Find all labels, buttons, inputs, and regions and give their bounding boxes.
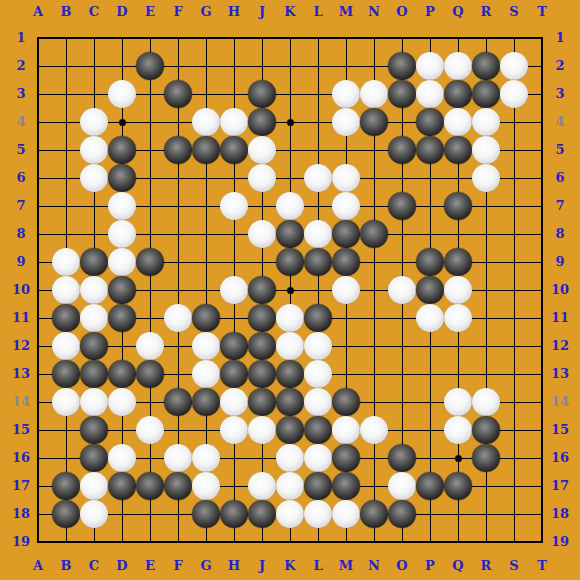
stone-white-R4[interactable] [472, 108, 500, 136]
stone-black-F3[interactable] [164, 80, 192, 108]
stone-white-J17[interactable] [248, 472, 276, 500]
col-label-top-N: N [364, 4, 384, 20]
stone-black-K14[interactable] [276, 388, 304, 416]
col-label-top-G: G [196, 4, 216, 20]
stone-black-K15[interactable] [276, 416, 304, 444]
row-label-right-8: 8 [547, 226, 573, 242]
grid-line-vertical [514, 38, 515, 542]
stone-white-D16[interactable] [108, 444, 136, 472]
col-label-top-M: M [336, 4, 356, 20]
row-label-right-2: 2 [547, 58, 573, 74]
stone-black-D6[interactable] [108, 164, 136, 192]
stone-black-M8[interactable] [332, 220, 360, 248]
stone-white-M7[interactable] [332, 192, 360, 220]
row-label-left-1: 1 [8, 30, 34, 46]
stone-white-Q10[interactable] [444, 276, 472, 304]
stone-white-S2[interactable] [500, 52, 528, 80]
stone-white-P3[interactable] [416, 80, 444, 108]
stone-white-C14[interactable] [80, 388, 108, 416]
stone-white-Q4[interactable] [444, 108, 472, 136]
stone-black-E17[interactable] [136, 472, 164, 500]
row-label-right-19: 19 [547, 534, 573, 550]
row-label-right-5: 5 [547, 142, 573, 158]
col-label-bottom-F: F [168, 558, 188, 574]
star-point-K4 [287, 119, 294, 126]
col-label-top-B: B [56, 4, 76, 20]
stone-white-L16[interactable] [304, 444, 332, 472]
stone-white-H10[interactable] [220, 276, 248, 304]
stone-black-B13[interactable] [52, 360, 80, 388]
stone-black-M17[interactable] [332, 472, 360, 500]
stone-white-K17[interactable] [276, 472, 304, 500]
stone-black-L15[interactable] [304, 416, 332, 444]
stone-black-B11[interactable] [52, 304, 80, 332]
stone-black-G18[interactable] [192, 500, 220, 528]
stone-white-H15[interactable] [220, 416, 248, 444]
stone-white-B12[interactable] [52, 332, 80, 360]
stone-white-G4[interactable] [192, 108, 220, 136]
stone-black-R2[interactable] [472, 52, 500, 80]
row-label-right-7: 7 [547, 198, 573, 214]
stone-white-H4[interactable] [220, 108, 248, 136]
stone-black-H13[interactable] [220, 360, 248, 388]
stone-black-P4[interactable] [416, 108, 444, 136]
stone-white-J6[interactable] [248, 164, 276, 192]
stone-white-D9[interactable] [108, 248, 136, 276]
col-label-top-F: F [168, 4, 188, 20]
stone-white-D3[interactable] [108, 80, 136, 108]
stone-white-C17[interactable] [80, 472, 108, 500]
stone-black-Q9[interactable] [444, 248, 472, 276]
col-label-top-T: T [532, 4, 552, 20]
stone-white-J15[interactable] [248, 416, 276, 444]
stone-white-R6[interactable] [472, 164, 500, 192]
stone-black-Q7[interactable] [444, 192, 472, 220]
row-label-right-13: 13 [547, 366, 573, 382]
col-label-bottom-N: N [364, 558, 384, 574]
stone-black-G14[interactable] [192, 388, 220, 416]
row-label-right-1: 1 [547, 30, 573, 46]
stone-black-H18[interactable] [220, 500, 248, 528]
stone-black-O7[interactable] [388, 192, 416, 220]
col-label-bottom-L: L [308, 558, 328, 574]
stone-white-K16[interactable] [276, 444, 304, 472]
row-label-left-4: 4 [8, 114, 34, 130]
stone-black-P9[interactable] [416, 248, 444, 276]
col-label-top-E: E [140, 4, 160, 20]
col-label-top-H: H [224, 4, 244, 20]
stone-white-J8[interactable] [248, 220, 276, 248]
stone-black-C15[interactable] [80, 416, 108, 444]
col-label-top-D: D [112, 4, 132, 20]
stone-black-K13[interactable] [276, 360, 304, 388]
stone-white-R14[interactable] [472, 388, 500, 416]
stone-black-B17[interactable] [52, 472, 80, 500]
stone-black-O16[interactable] [388, 444, 416, 472]
go-board[interactable]: AABBCCDDEEFFGGHHJJKKLLMMNNOOPPQQRRSSTT11… [0, 0, 580, 580]
row-label-left-17: 17 [8, 478, 34, 494]
stone-white-R5[interactable] [472, 136, 500, 164]
col-label-bottom-R: R [476, 558, 496, 574]
stone-white-B14[interactable] [52, 388, 80, 416]
row-label-left-9: 9 [8, 254, 34, 270]
col-label-top-R: R [476, 4, 496, 20]
stone-black-R15[interactable] [472, 416, 500, 444]
stone-white-H7[interactable] [220, 192, 248, 220]
stone-black-C9[interactable] [80, 248, 108, 276]
stone-black-M14[interactable] [332, 388, 360, 416]
stone-black-G5[interactable] [192, 136, 220, 164]
stone-black-D17[interactable] [108, 472, 136, 500]
row-label-left-19: 19 [8, 534, 34, 550]
stone-black-M9[interactable] [332, 248, 360, 276]
row-label-right-10: 10 [547, 282, 573, 298]
stone-black-J10[interactable] [248, 276, 276, 304]
row-label-left-13: 13 [8, 366, 34, 382]
col-label-bottom-G: G [196, 558, 216, 574]
stone-white-E12[interactable] [136, 332, 164, 360]
star-point-K10 [287, 287, 294, 294]
col-label-bottom-K: K [280, 558, 300, 574]
row-label-right-3: 3 [547, 86, 573, 102]
row-label-left-14: 14 [8, 394, 34, 410]
stone-white-P2[interactable] [416, 52, 444, 80]
row-label-right-12: 12 [547, 338, 573, 354]
col-label-bottom-D: D [112, 558, 132, 574]
stone-white-G16[interactable] [192, 444, 220, 472]
stone-white-N15[interactable] [360, 416, 388, 444]
stone-black-E13[interactable] [136, 360, 164, 388]
stone-white-D7[interactable] [108, 192, 136, 220]
stone-black-L17[interactable] [304, 472, 332, 500]
row-label-right-6: 6 [547, 170, 573, 186]
stone-white-L14[interactable] [304, 388, 332, 416]
row-label-left-18: 18 [8, 506, 34, 522]
row-label-left-8: 8 [8, 226, 34, 242]
row-label-right-9: 9 [547, 254, 573, 270]
col-label-bottom-S: S [504, 558, 524, 574]
stone-white-Q15[interactable] [444, 416, 472, 444]
col-label-bottom-P: P [420, 558, 440, 574]
stone-white-D14[interactable] [108, 388, 136, 416]
stone-black-F17[interactable] [164, 472, 192, 500]
stone-white-G12[interactable] [192, 332, 220, 360]
row-label-left-15: 15 [8, 422, 34, 438]
stone-black-N8[interactable] [360, 220, 388, 248]
stone-white-L13[interactable] [304, 360, 332, 388]
col-label-bottom-T: T [532, 558, 552, 574]
stone-white-M10[interactable] [332, 276, 360, 304]
stone-white-F16[interactable] [164, 444, 192, 472]
stone-black-P17[interactable] [416, 472, 444, 500]
star-point-Q16 [455, 455, 462, 462]
stone-black-J12[interactable] [248, 332, 276, 360]
col-label-bottom-M: M [336, 558, 356, 574]
stone-white-B10[interactable] [52, 276, 80, 304]
stone-white-N3[interactable] [360, 80, 388, 108]
stone-black-H5[interactable] [220, 136, 248, 164]
stone-black-N4[interactable] [360, 108, 388, 136]
stone-black-F14[interactable] [164, 388, 192, 416]
row-label-left-12: 12 [8, 338, 34, 354]
col-label-top-A: A [28, 4, 48, 20]
stone-black-Q17[interactable] [444, 472, 472, 500]
row-label-left-6: 6 [8, 170, 34, 186]
stone-black-C13[interactable] [80, 360, 108, 388]
stone-black-L11[interactable] [304, 304, 332, 332]
stone-black-M16[interactable] [332, 444, 360, 472]
row-label-right-17: 17 [547, 478, 573, 494]
col-label-bottom-H: H [224, 558, 244, 574]
stone-black-P10[interactable] [416, 276, 444, 304]
row-label-left-2: 2 [8, 58, 34, 74]
col-label-top-J: J [252, 4, 272, 20]
row-label-left-7: 7 [8, 198, 34, 214]
stone-black-K9[interactable] [276, 248, 304, 276]
row-label-right-15: 15 [547, 422, 573, 438]
col-label-top-Q: Q [448, 4, 468, 20]
stone-black-H12[interactable] [220, 332, 248, 360]
row-label-right-11: 11 [547, 310, 573, 326]
stone-black-L9[interactable] [304, 248, 332, 276]
col-label-top-K: K [280, 4, 300, 20]
row-label-right-18: 18 [547, 506, 573, 522]
stone-black-C16[interactable] [80, 444, 108, 472]
stone-black-J11[interactable] [248, 304, 276, 332]
stone-white-L8[interactable] [304, 220, 332, 248]
stone-white-M4[interactable] [332, 108, 360, 136]
stone-white-L12[interactable] [304, 332, 332, 360]
stone-black-F5[interactable] [164, 136, 192, 164]
stone-white-D8[interactable] [108, 220, 136, 248]
stone-white-C6[interactable] [80, 164, 108, 192]
col-label-bottom-E: E [140, 558, 160, 574]
stone-white-C10[interactable] [80, 276, 108, 304]
stone-white-F11[interactable] [164, 304, 192, 332]
stone-black-D5[interactable] [108, 136, 136, 164]
stone-white-H14[interactable] [220, 388, 248, 416]
stone-white-M3[interactable] [332, 80, 360, 108]
stone-black-N18[interactable] [360, 500, 388, 528]
stone-black-P5[interactable] [416, 136, 444, 164]
stone-white-Q14[interactable] [444, 388, 472, 416]
stone-white-P11[interactable] [416, 304, 444, 332]
col-label-top-P: P [420, 4, 440, 20]
stone-black-R3[interactable] [472, 80, 500, 108]
stone-white-Q11[interactable] [444, 304, 472, 332]
stone-black-G11[interactable] [192, 304, 220, 332]
stone-black-J14[interactable] [248, 388, 276, 416]
stone-white-L6[interactable] [304, 164, 332, 192]
col-label-bottom-C: C [84, 558, 104, 574]
stone-black-O18[interactable] [388, 500, 416, 528]
stone-white-O17[interactable] [388, 472, 416, 500]
stone-white-K11[interactable] [276, 304, 304, 332]
stone-black-D10[interactable] [108, 276, 136, 304]
stone-black-R16[interactable] [472, 444, 500, 472]
col-label-bottom-B: B [56, 558, 76, 574]
col-label-top-S: S [504, 4, 524, 20]
stone-black-O3[interactable] [388, 80, 416, 108]
stone-black-Q5[interactable] [444, 136, 472, 164]
row-label-right-14: 14 [547, 394, 573, 410]
row-label-left-11: 11 [8, 310, 34, 326]
row-label-left-5: 5 [8, 142, 34, 158]
stone-white-G17[interactable] [192, 472, 220, 500]
col-label-top-C: C [84, 4, 104, 20]
stone-black-J3[interactable] [248, 80, 276, 108]
row-label-left-3: 3 [8, 86, 34, 102]
star-point-D4 [119, 119, 126, 126]
stone-black-D11[interactable] [108, 304, 136, 332]
stone-white-K12[interactable] [276, 332, 304, 360]
stone-black-J4[interactable] [248, 108, 276, 136]
row-label-right-4: 4 [547, 114, 573, 130]
stone-white-M18[interactable] [332, 500, 360, 528]
stone-black-J18[interactable] [248, 500, 276, 528]
stone-white-O10[interactable] [388, 276, 416, 304]
stone-black-E2[interactable] [136, 52, 164, 80]
stone-black-B18[interactable] [52, 500, 80, 528]
stone-white-Q2[interactable] [444, 52, 472, 80]
col-label-top-O: O [392, 4, 412, 20]
stone-white-C4[interactable] [80, 108, 108, 136]
stone-white-S3[interactable] [500, 80, 528, 108]
stone-black-D13[interactable] [108, 360, 136, 388]
stone-white-L18[interactable] [304, 500, 332, 528]
stone-white-C5[interactable] [80, 136, 108, 164]
col-label-bottom-Q: Q [448, 558, 468, 574]
col-label-top-L: L [308, 4, 328, 20]
stone-black-E9[interactable] [136, 248, 164, 276]
stone-white-B9[interactable] [52, 248, 80, 276]
row-label-left-10: 10 [8, 282, 34, 298]
stone-black-K8[interactable] [276, 220, 304, 248]
stone-white-K7[interactable] [276, 192, 304, 220]
stone-white-G13[interactable] [192, 360, 220, 388]
col-label-bottom-J: J [252, 558, 272, 574]
stone-black-J13[interactable] [248, 360, 276, 388]
stone-white-M6[interactable] [332, 164, 360, 192]
stone-white-E15[interactable] [136, 416, 164, 444]
stone-black-O5[interactable] [388, 136, 416, 164]
stone-black-O2[interactable] [388, 52, 416, 80]
stone-black-C12[interactable] [80, 332, 108, 360]
col-label-bottom-A: A [28, 558, 48, 574]
stone-white-C11[interactable] [80, 304, 108, 332]
stone-white-M15[interactable] [332, 416, 360, 444]
row-label-right-16: 16 [547, 450, 573, 466]
col-label-bottom-O: O [392, 558, 412, 574]
stone-white-K18[interactable] [276, 500, 304, 528]
stone-white-C18[interactable] [80, 500, 108, 528]
stone-black-Q3[interactable] [444, 80, 472, 108]
stone-white-J5[interactable] [248, 136, 276, 164]
row-label-left-16: 16 [8, 450, 34, 466]
